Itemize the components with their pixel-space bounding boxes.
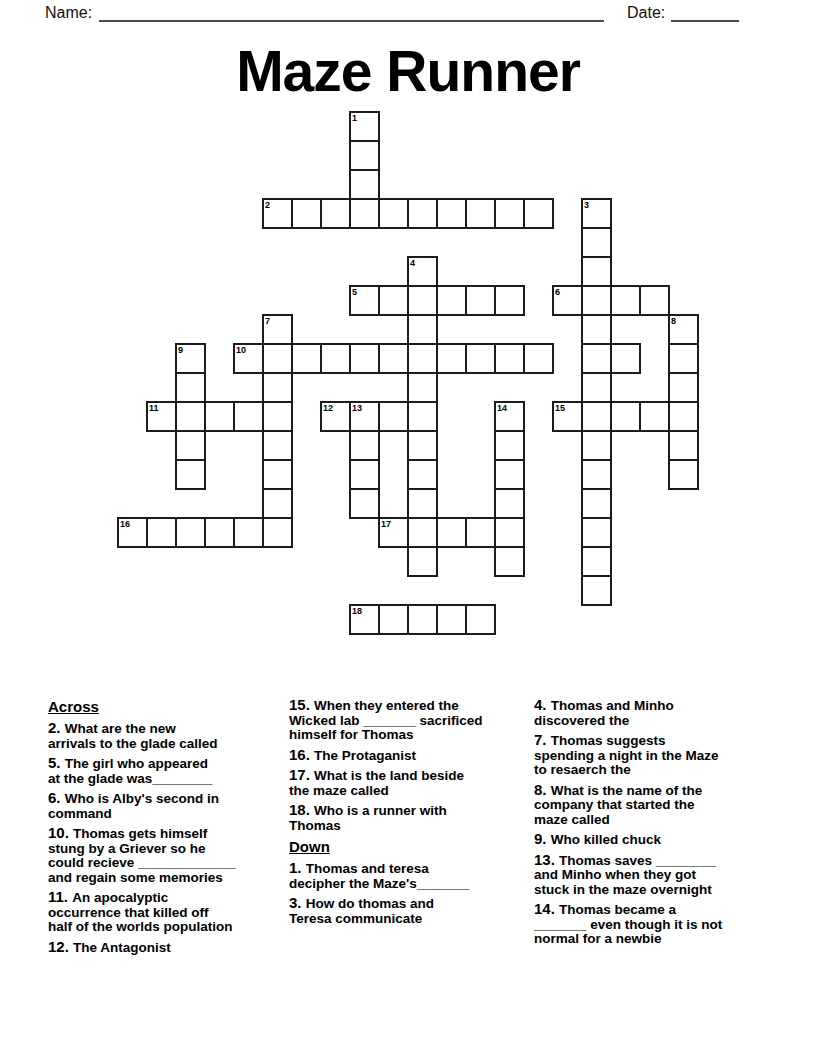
clue-8: 8. What is the name of the company that …: [534, 783, 774, 828]
clue-text: What are the new arrivals to the glade c…: [48, 721, 218, 751]
clue-number-label: 11.: [48, 888, 72, 905]
cell-r3-c11[interactable]: [436, 198, 467, 229]
cell-number-16: 16: [120, 519, 130, 529]
clue-7: 7. Thomas suggests spending a night in t…: [534, 733, 774, 778]
clue-number-label: 12.: [48, 938, 73, 955]
cell-r6-c9[interactable]: [378, 285, 409, 316]
clue-17: 17. What is the land beside the maze cal…: [289, 768, 529, 798]
cell-r16-c16[interactable]: [581, 575, 612, 606]
cell-r11-c10[interactable]: [407, 430, 438, 461]
clue-number-label: 8.: [534, 781, 551, 798]
cell-number-4: 4: [410, 258, 415, 268]
cell-r8-c13[interactable]: [494, 343, 525, 374]
cell-r6-c8[interactable]: 5: [349, 285, 380, 316]
clue-text: The Antagonist: [73, 940, 171, 955]
cell-r14-c12[interactable]: [465, 517, 496, 548]
cell-r14-c13[interactable]: [494, 517, 525, 548]
cell-r9-c16[interactable]: [581, 372, 612, 403]
cell-r8-c4[interactable]: 10: [233, 343, 264, 374]
clue-number-label: 18.: [289, 801, 314, 818]
cell-number-3: 3: [584, 200, 589, 210]
cell-r6-c11[interactable]: [436, 285, 467, 316]
cell-r8-c9[interactable]: [378, 343, 409, 374]
cell-r9-c10[interactable]: [407, 372, 438, 403]
cell-r6-c17[interactable]: [610, 285, 641, 316]
cell-number-14: 14: [497, 403, 507, 413]
cell-r13-c8[interactable]: [349, 488, 380, 519]
cell-r3-c12[interactable]: [465, 198, 496, 229]
name-fill-in-line[interactable]: [99, 6, 604, 22]
cell-r5-c10[interactable]: 4: [407, 256, 438, 287]
cell-r14-c2[interactable]: [175, 517, 206, 548]
clue-number-label: 16.: [289, 746, 314, 763]
cell-r1-c8[interactable]: [349, 140, 380, 171]
cell-r3-c7[interactable]: [320, 198, 351, 229]
cell-r8-c19[interactable]: [668, 343, 699, 374]
cell-r8-c6[interactable]: [291, 343, 322, 374]
cell-r10-c1[interactable]: 11: [146, 401, 177, 432]
cell-r11-c19[interactable]: [668, 430, 699, 461]
clue-text: The Protaganist: [314, 748, 416, 763]
clue-column-across: Across2. What are the new arrivals to th…: [48, 698, 288, 960]
worksheet-page: Name: Date: Maze Runner 1234567891011121…: [0, 0, 816, 1056]
clue-4: 4. Thomas and Minho discovered the: [534, 698, 774, 728]
clue-number-label: 9.: [534, 830, 551, 847]
clue-text: The girl who appeared at the glade was__…: [48, 756, 212, 786]
cell-r11-c5[interactable]: [262, 430, 293, 461]
cell-r6-c18[interactable]: [639, 285, 670, 316]
cell-r2-c8[interactable]: [349, 169, 380, 200]
cell-r14-c1[interactable]: [146, 517, 177, 548]
cell-r10-c19[interactable]: [668, 401, 699, 432]
cell-r10-c5[interactable]: [262, 401, 293, 432]
name-label: Name:: [45, 4, 92, 22]
cell-r8-c8[interactable]: [349, 343, 380, 374]
cell-r13-c5[interactable]: [262, 488, 293, 519]
page-title: Maze Runner: [0, 38, 816, 104]
clue-number-label: 14.: [534, 900, 559, 917]
cell-r8-c16[interactable]: [581, 343, 612, 374]
cell-r15-c10[interactable]: [407, 546, 438, 577]
cell-r14-c10[interactable]: [407, 517, 438, 548]
clue-text: Thomas and teresa decipher the Maze's___…: [289, 861, 469, 891]
cell-number-15: 15: [555, 403, 565, 413]
clue-5: 5. The girl who appeared at the glade wa…: [48, 756, 288, 786]
cell-r11-c16[interactable]: [581, 430, 612, 461]
clue-text: What is the land beside the maze called: [289, 768, 464, 798]
clue-number-label: 3.: [289, 894, 306, 911]
cell-number-8: 8: [671, 316, 676, 326]
cell-r12-c19[interactable]: [668, 459, 699, 490]
clue-16: 16. The Protaganist: [289, 748, 529, 764]
date-label: Date:: [627, 4, 665, 22]
cell-number-9: 9: [178, 345, 183, 355]
cell-r10-c15[interactable]: 15: [552, 401, 583, 432]
cell-r14-c16[interactable]: [581, 517, 612, 548]
clue-11: 11. An apocalyptic occurrence that kille…: [48, 890, 288, 935]
cell-r10-c9[interactable]: [378, 401, 409, 432]
cell-r10-c10[interactable]: [407, 401, 438, 432]
clue-number-label: 2.: [48, 719, 65, 736]
cell-r14-c11[interactable]: [436, 517, 467, 548]
cell-r10-c16[interactable]: [581, 401, 612, 432]
cell-r3-c14[interactable]: [523, 198, 554, 229]
cell-r12-c16[interactable]: [581, 459, 612, 490]
cell-r6-c15[interactable]: 6: [552, 285, 583, 316]
clue-column-down: 4. Thomas and Minho discovered the7. Tho…: [534, 698, 774, 952]
cell-r15-c13[interactable]: [494, 546, 525, 577]
cell-r3-c9[interactable]: [378, 198, 409, 229]
cell-r6-c13[interactable]: [494, 285, 525, 316]
cell-r17-c12[interactable]: [465, 604, 496, 635]
clue-text: An apocalyptic occurrence that killed of…: [48, 890, 233, 934]
cell-r3-c13[interactable]: [494, 198, 525, 229]
cell-r8-c17[interactable]: [610, 343, 641, 374]
cell-r7-c19[interactable]: 8: [668, 314, 699, 345]
cell-r4-c16[interactable]: [581, 227, 612, 258]
cell-r11-c8[interactable]: [349, 430, 380, 461]
cell-r0-c8[interactable]: 1: [349, 111, 380, 142]
clue-text: Thomas became a _______ even though it i…: [534, 902, 722, 946]
clue-3: 3. How do thomas and Teresa communicate: [289, 896, 529, 926]
cell-r8-c5[interactable]: [262, 343, 293, 374]
cell-number-7: 7: [265, 316, 270, 326]
clue-text: How do thomas and Teresa communicate: [289, 896, 434, 926]
cell-r17-c11[interactable]: [436, 604, 467, 635]
clue-text: What is the name of the company that sta…: [534, 783, 702, 827]
clue-number-label: 7.: [534, 731, 551, 748]
cell-number-5: 5: [352, 287, 357, 297]
cell-r7-c16[interactable]: [581, 314, 612, 345]
cell-number-6: 6: [555, 287, 560, 297]
cell-r5-c16[interactable]: [581, 256, 612, 287]
clue-column-middle: 15. When they entered the Wicked lab ___…: [289, 698, 529, 931]
cell-r13-c16[interactable]: [581, 488, 612, 519]
clue-text: Who killed chuck: [551, 832, 661, 847]
clue-10: 10. Thomas gets himself stung by a Griev…: [48, 826, 288, 885]
cell-r10-c7[interactable]: 12: [320, 401, 351, 432]
cell-r14-c0[interactable]: 16: [117, 517, 148, 548]
cell-r10-c13[interactable]: 14: [494, 401, 525, 432]
clue-number-label: 1.: [289, 859, 306, 876]
cell-r3-c5[interactable]: 2: [262, 198, 293, 229]
clue-15: 15. When they entered the Wicked lab ___…: [289, 698, 529, 743]
cell-r6-c16[interactable]: [581, 285, 612, 316]
cell-r10-c17[interactable]: [610, 401, 641, 432]
clue-2: 2. What are the new arrivals to the glad…: [48, 721, 288, 751]
clues-heading-across: Across: [48, 698, 288, 715]
cell-r3-c8[interactable]: [349, 198, 380, 229]
cell-number-1: 1: [352, 113, 357, 123]
cell-r10-c18[interactable]: [639, 401, 670, 432]
cell-r10-c8[interactable]: 13: [349, 401, 380, 432]
clue-text: Thomas saves ________ and Minho when the…: [534, 853, 716, 897]
clue-number-label: 6.: [48, 789, 65, 806]
cell-r8-c7[interactable]: [320, 343, 351, 374]
clue-13: 13. Thomas saves ________ and Minho when…: [534, 853, 774, 898]
cell-r14-c4[interactable]: [233, 517, 264, 548]
cell-number-2: 2: [265, 200, 270, 210]
cell-number-17: 17: [381, 519, 391, 529]
clue-text: Who is Alby's second in command: [48, 791, 219, 821]
cell-number-18: 18: [352, 606, 362, 616]
clue-1: 1. Thomas and teresa decipher the Maze's…: [289, 861, 529, 891]
cell-r12-c5[interactable]: [262, 459, 293, 490]
cell-r8-c11[interactable]: [436, 343, 467, 374]
cell-r17-c8[interactable]: 18: [349, 604, 380, 635]
cell-r13-c10[interactable]: [407, 488, 438, 519]
clue-number-label: 10.: [48, 824, 73, 841]
clue-6: 6. Who is Alby's second in command: [48, 791, 288, 821]
cell-r12-c10[interactable]: [407, 459, 438, 490]
cell-r9-c2[interactable]: [175, 372, 206, 403]
clue-12: 12. The Antagonist: [48, 940, 288, 956]
cell-r14-c3[interactable]: [204, 517, 235, 548]
cell-r15-c16[interactable]: [581, 546, 612, 577]
cell-number-11: 11: [149, 403, 159, 413]
cell-r3-c6[interactable]: [291, 198, 322, 229]
cell-r3-c10[interactable]: [407, 198, 438, 229]
cell-number-12: 12: [323, 403, 333, 413]
cell-r10-c4[interactable]: [233, 401, 264, 432]
cell-r10-c2[interactable]: [175, 401, 206, 432]
cell-r12-c2[interactable]: [175, 459, 206, 490]
clue-text: Thomas suggests spending a night in the …: [534, 733, 719, 777]
cell-r14-c5[interactable]: [262, 517, 293, 548]
cell-r8-c12[interactable]: [465, 343, 496, 374]
cell-r3-c16[interactable]: 3: [581, 198, 612, 229]
clue-text: Thomas gets himself stung by a Griever s…: [48, 826, 236, 885]
cell-r11-c2[interactable]: [175, 430, 206, 461]
cell-r7-c5[interactable]: 7: [262, 314, 293, 345]
cell-number-13: 13: [352, 403, 362, 413]
cell-number-10: 10: [236, 345, 246, 355]
cell-r12-c13[interactable]: [494, 459, 525, 490]
clue-14: 14. Thomas became a _______ even though …: [534, 902, 774, 947]
date-fill-in-line[interactable]: [671, 6, 739, 22]
cell-r11-c13[interactable]: [494, 430, 525, 461]
clues-heading-down: Down: [289, 838, 529, 855]
clue-number-label: 5.: [48, 754, 65, 771]
clue-number-label: 17.: [289, 766, 314, 783]
cell-r6-c12[interactable]: [465, 285, 496, 316]
clue-text: Thomas and Minho discovered the: [534, 698, 674, 728]
cell-r17-c10[interactable]: [407, 604, 438, 635]
cell-r6-c10[interactable]: [407, 285, 438, 316]
clue-text: When they entered the Wicked lab _______…: [289, 698, 483, 742]
cell-r13-c13[interactable]: [494, 488, 525, 519]
cell-r8-c10[interactable]: [407, 343, 438, 374]
cell-r9-c19[interactable]: [668, 372, 699, 403]
cell-r10-c3[interactable]: [204, 401, 235, 432]
cell-r14-c9[interactable]: 17: [378, 517, 409, 548]
cell-r8-c14[interactable]: [523, 343, 554, 374]
cell-r17-c9[interactable]: [378, 604, 409, 635]
clue-number-label: 13.: [534, 851, 559, 868]
crossword-grid: 123456789101112131415161718: [117, 111, 701, 637]
clue-number-label: 4.: [534, 696, 551, 713]
clue-18: 18. Who is a runner with Thomas: [289, 803, 529, 833]
clue-9: 9. Who killed chuck: [534, 832, 774, 848]
cell-r9-c5[interactable]: [262, 372, 293, 403]
cell-r12-c8[interactable]: [349, 459, 380, 490]
cell-r7-c10[interactable]: [407, 314, 438, 345]
clue-number-label: 15.: [289, 696, 314, 713]
cell-r8-c2[interactable]: 9: [175, 343, 206, 374]
